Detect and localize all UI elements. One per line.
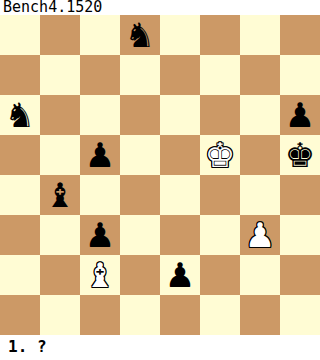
black-pawn: ♟ [85,215,115,255]
square-e6 [160,95,200,135]
black-king: ♚ [285,135,315,175]
square-f2 [200,255,240,295]
square-f5: ♚ [200,135,240,175]
square-d6 [120,95,160,135]
square-a1 [0,295,40,335]
square-d4 [120,175,160,215]
move-prompt: 1. ? [0,335,320,360]
black-pawn: ♟ [85,135,115,175]
black-knight: ♞ [125,15,155,55]
square-g4 [240,175,280,215]
square-b4: ♝ [40,175,80,215]
square-g2 [240,255,280,295]
square-g6 [240,95,280,135]
square-b6 [40,95,80,135]
square-c2: ♝ [80,255,120,295]
square-e5 [160,135,200,175]
square-h1 [280,295,320,335]
square-g7 [240,55,280,95]
square-f7 [200,55,240,95]
square-b8 [40,15,80,55]
white-king: ♚ [205,135,235,175]
square-g3: ♟ [240,215,280,255]
square-a3 [0,215,40,255]
square-h3 [280,215,320,255]
black-pawn: ♟ [285,95,315,135]
square-f4 [200,175,240,215]
square-b3 [40,215,80,255]
white-bishop: ♝ [85,255,115,295]
square-f1 [200,295,240,335]
square-b2 [40,255,80,295]
square-c5: ♟ [80,135,120,175]
square-g5 [240,135,280,175]
square-c6 [80,95,120,135]
square-h8 [280,15,320,55]
square-f8 [200,15,240,55]
square-h7 [280,55,320,95]
square-b5 [40,135,80,175]
square-h6: ♟ [280,95,320,135]
chess-board: ♞♞♟♟♚♚♝♟♟♝♟ [0,15,320,335]
square-f3 [200,215,240,255]
square-e7 [160,55,200,95]
square-d7 [120,55,160,95]
square-c1 [80,295,120,335]
puzzle-title: Bench4.1520 [0,0,320,15]
square-h4 [280,175,320,215]
square-h2 [280,255,320,295]
square-c3: ♟ [80,215,120,255]
square-c4 [80,175,120,215]
square-a5 [0,135,40,175]
square-e1 [160,295,200,335]
square-b1 [40,295,80,335]
white-pawn: ♟ [245,215,275,255]
square-e3 [160,215,200,255]
square-e4 [160,175,200,215]
square-a2 [0,255,40,295]
square-d1 [120,295,160,335]
square-d3 [120,215,160,255]
square-c8 [80,15,120,55]
black-pawn: ♟ [165,255,195,295]
chess-puzzle-diagram: Bench4.1520 ♞♞♟♟♚♚♝♟♟♝♟ 1. ? [0,0,320,360]
square-h5: ♚ [280,135,320,175]
square-c7 [80,55,120,95]
square-d2 [120,255,160,295]
square-a8 [0,15,40,55]
square-b7 [40,55,80,95]
square-g8 [240,15,280,55]
square-g1 [240,295,280,335]
square-a7 [0,55,40,95]
black-knight: ♞ [5,95,35,135]
square-d8: ♞ [120,15,160,55]
black-bishop: ♝ [45,175,75,215]
square-d5 [120,135,160,175]
square-a6: ♞ [0,95,40,135]
square-a4 [0,175,40,215]
square-e2: ♟ [160,255,200,295]
square-f6 [200,95,240,135]
square-e8 [160,15,200,55]
